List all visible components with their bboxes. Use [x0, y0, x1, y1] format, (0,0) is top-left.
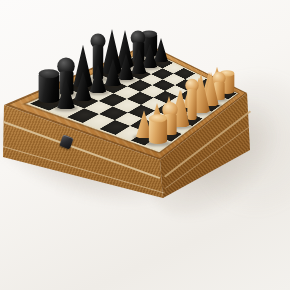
pawn-cone-shape: [105, 59, 121, 86]
piece-black-pawn-c7[interactable]: [90, 65, 107, 93]
chess-set-photo: [0, 0, 290, 290]
piece-black-pawn-d7[interactable]: [105, 59, 121, 86]
piece-black-pawn-b7[interactable]: [74, 72, 91, 101]
pawn-cone-shape: [90, 65, 107, 93]
rook-cylinder-shape: [38, 72, 59, 103]
pawn-cone-shape: [57, 79, 75, 110]
piece-white-rook-a1[interactable]: [149, 116, 167, 143]
pawn-cone-shape: [74, 72, 91, 101]
piece-black-rook-a8[interactable]: [38, 72, 59, 103]
rook-cylinder-shape: [149, 116, 167, 143]
piece-black-pawn-a7[interactable]: [57, 79, 75, 110]
